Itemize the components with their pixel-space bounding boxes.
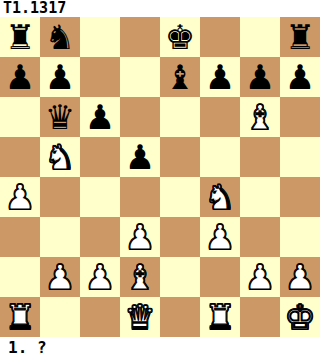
piece-black-pawn[interactable]: ♟: [245, 57, 275, 97]
square-a2[interactable]: [0, 257, 40, 297]
square-e8[interactable]: ♚: [160, 17, 200, 57]
square-b3[interactable]: [40, 217, 80, 257]
square-b5[interactable]: ♞: [40, 137, 80, 177]
square-b4[interactable]: [40, 177, 80, 217]
square-e7[interactable]: ♝: [160, 57, 200, 97]
square-e6[interactable]: [160, 97, 200, 137]
square-f7[interactable]: ♟: [200, 57, 240, 97]
square-b7[interactable]: ♟: [40, 57, 80, 97]
piece-black-pawn[interactable]: ♟: [5, 57, 35, 97]
square-h8[interactable]: ♜: [280, 17, 320, 57]
square-d1[interactable]: ♛: [120, 297, 160, 337]
square-d8[interactable]: [120, 17, 160, 57]
square-g7[interactable]: ♟: [240, 57, 280, 97]
piece-white-knight[interactable]: ♞: [45, 137, 75, 177]
square-h3[interactable]: [280, 217, 320, 257]
piece-white-pawn[interactable]: ♟: [245, 257, 275, 297]
square-a4[interactable]: ♟: [0, 177, 40, 217]
square-e3[interactable]: [160, 217, 200, 257]
piece-white-pawn[interactable]: ♟: [85, 257, 115, 297]
square-h7[interactable]: ♟: [280, 57, 320, 97]
piece-black-rook[interactable]: ♜: [5, 17, 35, 57]
square-h5[interactable]: [280, 137, 320, 177]
square-h6[interactable]: [280, 97, 320, 137]
puzzle-title: T1.1317: [0, 0, 320, 17]
move-prompt: 1. ?: [0, 337, 320, 360]
square-c7[interactable]: [80, 57, 120, 97]
piece-white-rook[interactable]: ♜: [205, 297, 235, 337]
piece-black-queen[interactable]: ♛: [45, 97, 75, 137]
square-g4[interactable]: [240, 177, 280, 217]
square-g3[interactable]: [240, 217, 280, 257]
square-a3[interactable]: [0, 217, 40, 257]
square-c1[interactable]: [80, 297, 120, 337]
square-d7[interactable]: [120, 57, 160, 97]
square-c2[interactable]: ♟: [80, 257, 120, 297]
square-f3[interactable]: ♟: [200, 217, 240, 257]
square-c3[interactable]: [80, 217, 120, 257]
piece-white-queen[interactable]: ♛: [125, 297, 155, 337]
piece-white-pawn[interactable]: ♟: [285, 257, 315, 297]
piece-black-knight[interactable]: ♞: [45, 17, 75, 57]
square-a8[interactable]: ♜: [0, 17, 40, 57]
square-a7[interactable]: ♟: [0, 57, 40, 97]
square-f4[interactable]: ♞: [200, 177, 240, 217]
piece-black-pawn[interactable]: ♟: [285, 57, 315, 97]
piece-black-king[interactable]: ♚: [165, 17, 195, 57]
square-e4[interactable]: [160, 177, 200, 217]
piece-white-king[interactable]: ♚: [285, 297, 315, 337]
square-e5[interactable]: [160, 137, 200, 177]
square-e1[interactable]: [160, 297, 200, 337]
chess-board[interactable]: ♜♞♚♜♟♟♝♟♟♟♛♟♝♞♟♟♞♟♟♟♟♝♟♟♜♛♜♚: [0, 17, 320, 337]
square-c6[interactable]: ♟: [80, 97, 120, 137]
square-f1[interactable]: ♜: [200, 297, 240, 337]
piece-black-pawn[interactable]: ♟: [85, 97, 115, 137]
square-g5[interactable]: [240, 137, 280, 177]
square-a6[interactable]: [0, 97, 40, 137]
square-f6[interactable]: [200, 97, 240, 137]
piece-white-bishop[interactable]: ♝: [125, 257, 155, 297]
square-b8[interactable]: ♞: [40, 17, 80, 57]
square-g8[interactable]: [240, 17, 280, 57]
square-h4[interactable]: [280, 177, 320, 217]
piece-white-pawn[interactable]: ♟: [45, 257, 75, 297]
piece-black-rook[interactable]: ♜: [285, 17, 315, 57]
piece-black-pawn[interactable]: ♟: [125, 137, 155, 177]
square-h1[interactable]: ♚: [280, 297, 320, 337]
square-d6[interactable]: [120, 97, 160, 137]
square-g2[interactable]: ♟: [240, 257, 280, 297]
piece-white-pawn[interactable]: ♟: [5, 177, 35, 217]
square-c8[interactable]: [80, 17, 120, 57]
square-f8[interactable]: [200, 17, 240, 57]
square-b6[interactable]: ♛: [40, 97, 80, 137]
square-d3[interactable]: ♟: [120, 217, 160, 257]
piece-white-knight[interactable]: ♞: [205, 177, 235, 217]
square-d4[interactable]: [120, 177, 160, 217]
square-h2[interactable]: ♟: [280, 257, 320, 297]
piece-white-pawn[interactable]: ♟: [205, 217, 235, 257]
square-a5[interactable]: [0, 137, 40, 177]
square-g6[interactable]: ♝: [240, 97, 280, 137]
piece-black-bishop[interactable]: ♝: [165, 57, 195, 97]
piece-white-pawn[interactable]: ♟: [125, 217, 155, 257]
piece-white-rook[interactable]: ♜: [5, 297, 35, 337]
square-a1[interactable]: ♜: [0, 297, 40, 337]
square-c4[interactable]: [80, 177, 120, 217]
square-b2[interactable]: ♟: [40, 257, 80, 297]
square-c5[interactable]: [80, 137, 120, 177]
square-g1[interactable]: [240, 297, 280, 337]
square-f2[interactable]: [200, 257, 240, 297]
piece-black-pawn[interactable]: ♟: [45, 57, 75, 97]
square-e2[interactable]: [160, 257, 200, 297]
puzzle-window: T1.1317 ♜♞♚♜♟♟♝♟♟♟♛♟♝♞♟♟♞♟♟♟♟♝♟♟♜♛♜♚ 1. …: [0, 0, 320, 360]
square-b1[interactable]: [40, 297, 80, 337]
piece-white-bishop[interactable]: ♝: [245, 97, 275, 137]
square-f5[interactable]: [200, 137, 240, 177]
piece-black-pawn[interactable]: ♟: [205, 57, 235, 97]
square-d5[interactable]: ♟: [120, 137, 160, 177]
square-d2[interactable]: ♝: [120, 257, 160, 297]
